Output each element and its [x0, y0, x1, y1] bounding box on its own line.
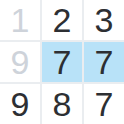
- cell-r3c1[interactable]: 9: [0, 84, 40, 124]
- cell-digit: 1: [11, 3, 30, 37]
- cell-r2c2[interactable]: 7: [42, 42, 82, 82]
- cell-digit: 7: [95, 45, 114, 79]
- cell-r2c1[interactable]: 9: [0, 42, 40, 82]
- cell-r3c2[interactable]: 8: [42, 84, 82, 124]
- cell-digit: 8: [53, 87, 72, 121]
- number-grid-board: 1 2 3 9 7 7 9 8 7: [0, 0, 124, 124]
- cell-r2c3[interactable]: 7: [84, 42, 124, 82]
- cell-r1c3[interactable]: 3: [84, 0, 124, 40]
- cell-r3c3[interactable]: 7: [84, 84, 124, 124]
- cell-digit: 3: [95, 3, 114, 37]
- cell-r1c2[interactable]: 2: [42, 0, 82, 40]
- cell-digit: 2: [53, 3, 72, 37]
- cell-digit: 7: [53, 45, 72, 79]
- cell-r1c1[interactable]: 1: [0, 0, 40, 40]
- cell-digit: 9: [11, 45, 30, 79]
- cell-digit: 9: [11, 87, 30, 121]
- cell-digit: 7: [95, 87, 114, 121]
